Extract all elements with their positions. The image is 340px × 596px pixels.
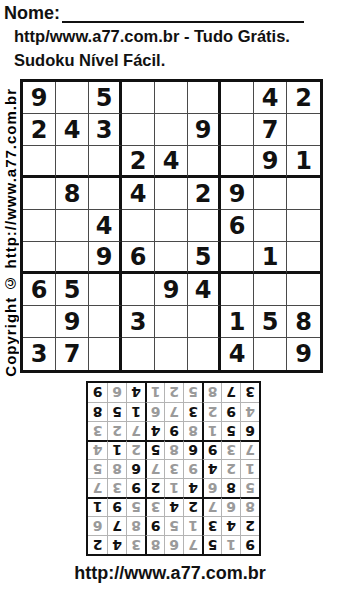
main-grid-cell[interactable] [23, 306, 56, 338]
solution-grid-cell: 7 [145, 459, 164, 478]
solution-grid-cell: 8 [107, 459, 126, 478]
solution-grid-cell: 5 [202, 535, 221, 554]
solution-grid-cell: 2 [107, 421, 126, 440]
main-grid-cell[interactable] [23, 242, 56, 274]
solution-grid-cell: 1 [202, 421, 221, 440]
main-grid-cell[interactable] [56, 242, 89, 274]
solution-grid-cell: 7 [240, 440, 259, 459]
solution-grid-cell: 8 [126, 516, 145, 535]
main-grid-cell[interactable] [89, 306, 122, 338]
main-grid-cell[interactable]: 3 [122, 306, 155, 338]
solution-grid-cell: 8 [240, 497, 259, 516]
main-grid-cell[interactable]: 5 [56, 274, 89, 306]
main-grid-cell[interactable]: 2 [188, 178, 221, 210]
solution-grid-cell: 9 [145, 516, 164, 535]
solution-grid-cell: 4 [88, 440, 107, 459]
solution-grid-cell: 3 [221, 440, 240, 459]
solution-grid-cell: 9 [183, 459, 202, 478]
main-grid-cell[interactable]: 9 [188, 114, 221, 146]
main-grid-cell[interactable] [188, 82, 221, 114]
solution-grid-cell: 1 [126, 402, 145, 421]
solution-grid-cell: 9 [88, 383, 107, 402]
main-grid-cell[interactable]: 4 [254, 82, 287, 114]
solution-grid-cell: 4 [221, 516, 240, 535]
solution-grid-cell: 9 [202, 440, 221, 459]
solution-grid-cell: 5 [221, 421, 240, 440]
solution-grid-cell: 3 [126, 535, 145, 554]
main-grid-cell[interactable]: 9 [287, 338, 320, 370]
solution-grid-cell: 8 [145, 535, 164, 554]
main-grid-cell[interactable] [287, 242, 320, 274]
main-grid-cell[interactable]: 2 [23, 114, 56, 146]
solution-grid-cell: 2 [221, 459, 240, 478]
main-grid-cell[interactable]: 9 [155, 274, 188, 306]
main-grid-cell[interactable] [188, 146, 221, 178]
solution-grid-cell: 8 [202, 383, 221, 402]
main-grid-cell[interactable] [188, 306, 221, 338]
main-grid-cell[interactable]: 9 [221, 178, 254, 210]
solution-grid-cell: 6 [164, 535, 183, 554]
main-grid-cell[interactable] [155, 178, 188, 210]
main-grid-cell[interactable] [89, 338, 122, 370]
main-grid-cell[interactable] [155, 210, 188, 242]
solution-grid-cell: 5 [88, 459, 107, 478]
main-grid-cell[interactable]: 6 [221, 210, 254, 242]
solution-grid-cell: 9 [126, 478, 145, 497]
solution-grid-cell: 4 [107, 535, 126, 554]
main-grid-cell[interactable] [89, 178, 122, 210]
solution-grid-cell: 7 [126, 421, 145, 440]
solution-grid-cell: 4 [145, 421, 164, 440]
main-grid-cell[interactable] [155, 82, 188, 114]
solution-grid-cell: 5 [164, 516, 183, 535]
solution-grid-cell: 2 [183, 497, 202, 516]
name-label: Nome: [4, 3, 60, 23]
solution-grid-cell: 3 [202, 516, 221, 535]
main-grid-cell[interactable] [221, 82, 254, 114]
solution-grid-cell: 3 [164, 459, 183, 478]
main-grid-cell[interactable]: 1 [221, 306, 254, 338]
solution-grid-cell: 3 [88, 421, 107, 440]
solution-grid-cell: 3 [107, 478, 126, 497]
main-grid-cell[interactable] [122, 210, 155, 242]
main-grid-cell[interactable] [122, 82, 155, 114]
main-grid-cell[interactable]: 8 [56, 178, 89, 210]
solution-grid-cell: 9 [240, 535, 259, 554]
main-grid-cell[interactable] [155, 242, 188, 274]
main-grid-cell[interactable] [221, 242, 254, 274]
solution-grid-cell: 3 [240, 383, 259, 402]
footer-url: http://www.a77.com.br [0, 563, 340, 584]
solution-grid-cell: 9 [221, 402, 240, 421]
main-grid-cell[interactable] [122, 114, 155, 146]
solution-grid-cell: 5 [145, 440, 164, 459]
solution-grid-cell: 9 [164, 421, 183, 440]
main-grid-cell[interactable]: 2 [287, 82, 320, 114]
solution-grid-cell: 4 [183, 478, 202, 497]
main-grid-cell[interactable]: 8 [287, 306, 320, 338]
solution-grid-cell: 1 [88, 497, 107, 516]
main-grid-cell[interactable] [23, 178, 56, 210]
main-grid-cell[interactable] [122, 274, 155, 306]
solution-grid-cell: 4 [126, 383, 145, 402]
solution-grid-cell: 2 [202, 402, 221, 421]
solution-grid-cell: 2 [145, 478, 164, 497]
main-grid-cell[interactable]: 6 [23, 274, 56, 306]
main-grid-cell[interactable]: 4 [221, 338, 254, 370]
main-grid-cell[interactable] [56, 146, 89, 178]
main-grid-cell[interactable]: 4 [56, 114, 89, 146]
main-grid-cell[interactable] [188, 338, 221, 370]
solution-grid-cell: 7 [88, 478, 107, 497]
solution-grid-cell: 6 [88, 516, 107, 535]
main-grid-cell[interactable] [221, 114, 254, 146]
main-grid-cell[interactable]: 2 [122, 146, 155, 178]
solution-grid-cell: 7 [183, 535, 202, 554]
main-grid-cell[interactable]: 1 [287, 146, 320, 178]
solution-grid-cell: 6 [126, 459, 145, 478]
solution-grid-cell: 8 [183, 421, 202, 440]
main-grid-cell[interactable]: 9 [89, 242, 122, 274]
site-url-heading: http/www.a77.com.br - Tudo Grátis. [14, 27, 290, 46]
main-grid-cell[interactable] [155, 306, 188, 338]
main-grid-cell[interactable] [254, 338, 287, 370]
main-grid-cell[interactable]: 9 [254, 146, 287, 178]
main-grid-cell[interactable]: 5 [188, 242, 221, 274]
solution-grid-cell: 1 [107, 440, 126, 459]
main-grid-cell[interactable]: 4 [155, 146, 188, 178]
main-grid-cell[interactable] [287, 210, 320, 242]
solution-grid-cell: 6 [107, 383, 126, 402]
solution-grid-cell: 5 [183, 383, 202, 402]
main-grid-cell[interactable]: 4 [89, 210, 122, 242]
solution-grid-cell: 9 [107, 497, 126, 516]
solution-grid-cell: 8 [164, 440, 183, 459]
solution-grid-cell: 7 [221, 383, 240, 402]
main-grid-cell[interactable] [89, 274, 122, 306]
solution-grid-cell: 5 [107, 402, 126, 421]
solution-grid-cell: 6 [183, 440, 202, 459]
solution-grid-cell: 1 [183, 516, 202, 535]
solution-grid-cell: 1 [145, 383, 164, 402]
main-grid-cell[interactable]: 9 [56, 306, 89, 338]
main-grid-cell[interactable] [56, 210, 89, 242]
main-grid-cell[interactable]: 3 [23, 338, 56, 370]
puzzle-title: Sudoku Nível Fácil. [14, 51, 165, 70]
main-grid-cell[interactable] [23, 146, 56, 178]
solution-grid-cell: 4 [202, 459, 221, 478]
main-grid-cell[interactable]: 4 [122, 178, 155, 210]
main-grid-cell[interactable]: 7 [56, 338, 89, 370]
page: Nome: http/www.a77.com.br - Tudo Grátis.… [0, 0, 340, 596]
main-grid-cell[interactable] [254, 178, 287, 210]
solution-grid-cell: 1 [221, 535, 240, 554]
main-grid-cell[interactable]: 9 [23, 82, 56, 114]
solution-grid-cell: 7 [202, 497, 221, 516]
solution-sudoku-grid: 9157683422431598768672435915864129371249… [86, 381, 261, 556]
solution-grid-cell: 5 [240, 478, 259, 497]
main-grid-cell[interactable] [89, 146, 122, 178]
solution-grid-cell: 5 [126, 497, 145, 516]
main-grid-cell[interactable] [287, 114, 320, 146]
solution-grid-cell: 8 [221, 478, 240, 497]
main-grid-cell[interactable]: 4 [188, 274, 221, 306]
solution-grid-cell: 1 [240, 459, 259, 478]
main-grid-cell[interactable] [23, 210, 56, 242]
main-grid-cell[interactable] [221, 274, 254, 306]
solution-grid-cell: 7 [107, 516, 126, 535]
main-grid-cell[interactable]: 7 [254, 114, 287, 146]
main-grid-cell[interactable] [155, 338, 188, 370]
main-grid-cell[interactable] [221, 146, 254, 178]
main-grid-cell[interactable] [254, 210, 287, 242]
main-grid-cell[interactable]: 3 [89, 114, 122, 146]
main-grid-cell[interactable] [287, 274, 320, 306]
solution-grid-cell: 6 [240, 421, 259, 440]
solution-grid-cell: 7 [164, 402, 183, 421]
solution-grid-cell: 3 [183, 402, 202, 421]
solution-grid-cell: 2 [88, 535, 107, 554]
copyright-vertical-text: Copyright © http://www.a77.com.br [2, 88, 19, 377]
main-grid-cell[interactable]: 6 [122, 242, 155, 274]
main-grid-cell[interactable] [122, 338, 155, 370]
name-row: Nome: [4, 3, 304, 23]
solution-grid-cell: 4 [240, 402, 259, 421]
main-grid-cell[interactable]: 1 [254, 242, 287, 274]
solution-grid-cell: 1 [164, 478, 183, 497]
solution-grid-cell: 2 [164, 383, 183, 402]
main-grid-cell[interactable] [155, 114, 188, 146]
main-grid-cell[interactable] [254, 274, 287, 306]
main-sudoku-grid: 954224397249184294696516594931583749 [20, 79, 323, 373]
solution-grid-cell: 3 [145, 497, 164, 516]
main-grid-cell[interactable] [56, 82, 89, 114]
solution-grid-cell: 2 [126, 440, 145, 459]
solution-grid-cell: 6 [221, 497, 240, 516]
solution-grid-cell: 2 [240, 516, 259, 535]
solution-grid-cell: 6 [202, 478, 221, 497]
solution-grid-cell: 8 [88, 402, 107, 421]
main-grid-cell[interactable] [287, 178, 320, 210]
solution-grid-cell: 4 [164, 497, 183, 516]
main-grid-cell[interactable]: 5 [89, 82, 122, 114]
main-grid-cell[interactable]: 5 [254, 306, 287, 338]
solution-grid-cell: 6 [145, 402, 164, 421]
main-grid-cell[interactable] [188, 210, 221, 242]
name-input-line[interactable] [62, 6, 304, 23]
